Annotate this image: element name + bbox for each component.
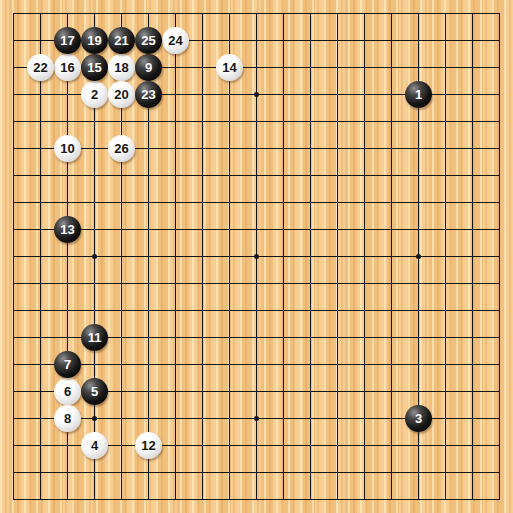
move-number: 14 — [222, 61, 236, 74]
grid-cell — [446, 365, 473, 392]
grid-cell — [230, 176, 257, 203]
grid-cell — [41, 311, 68, 338]
grid-cell — [311, 95, 338, 122]
grid-cell — [230, 473, 257, 500]
grid-cell — [257, 257, 284, 284]
grid-cell — [419, 149, 446, 176]
grid-cell — [284, 230, 311, 257]
grid-cell — [365, 95, 392, 122]
grid-cell — [392, 230, 419, 257]
grid-cell — [95, 284, 122, 311]
grid-cell — [446, 68, 473, 95]
grid-cell — [176, 230, 203, 257]
grid-cell — [203, 149, 230, 176]
stone-white-4: 4 — [81, 432, 108, 459]
grid-cell — [122, 392, 149, 419]
grid-cell — [473, 68, 500, 95]
grid-cell — [473, 311, 500, 338]
grid-cell — [392, 149, 419, 176]
grid-cell — [257, 41, 284, 68]
grid-cell — [338, 95, 365, 122]
grid-cell — [446, 284, 473, 311]
grid-cell — [338, 149, 365, 176]
grid-cell — [257, 419, 284, 446]
grid-cell — [176, 419, 203, 446]
grid-cell — [284, 41, 311, 68]
grid-cell — [419, 284, 446, 311]
grid-cell — [419, 365, 446, 392]
stone-white-16: 16 — [54, 54, 81, 81]
grid-cell — [230, 149, 257, 176]
grid-cell — [365, 149, 392, 176]
grid-cell — [203, 311, 230, 338]
grid-cell — [230, 230, 257, 257]
grid-cell — [257, 14, 284, 41]
grid-cell — [95, 473, 122, 500]
star-point — [254, 92, 259, 97]
grid-cell — [68, 284, 95, 311]
grid-cell — [14, 419, 41, 446]
grid-cell — [365, 203, 392, 230]
grid-cell — [365, 41, 392, 68]
grid-cell — [149, 149, 176, 176]
grid-cell — [257, 365, 284, 392]
grid-cell — [473, 95, 500, 122]
grid-cell — [365, 230, 392, 257]
grid-cell — [14, 365, 41, 392]
grid-cell — [446, 473, 473, 500]
grid-cell — [122, 473, 149, 500]
grid-cell — [419, 14, 446, 41]
star-point — [92, 254, 97, 259]
grid-cell — [446, 149, 473, 176]
grid-cell — [311, 338, 338, 365]
grid-cell — [257, 446, 284, 473]
grid-cell — [338, 365, 365, 392]
grid-cell — [365, 122, 392, 149]
grid-cell — [392, 338, 419, 365]
grid-cell — [176, 392, 203, 419]
grid-cell — [41, 95, 68, 122]
move-number: 7 — [64, 358, 71, 371]
grid-cell — [149, 473, 176, 500]
grid-cell — [284, 311, 311, 338]
grid-cell — [365, 338, 392, 365]
grid-cell — [446, 446, 473, 473]
grid-cell — [365, 446, 392, 473]
stone-white-18: 18 — [108, 54, 135, 81]
grid-cell — [203, 176, 230, 203]
stone-white-24: 24 — [162, 27, 189, 54]
grid-cell — [338, 176, 365, 203]
grid-cell — [257, 311, 284, 338]
grid-cell — [95, 230, 122, 257]
grid-cell — [68, 176, 95, 203]
grid-cell — [41, 473, 68, 500]
grid-cell — [14, 230, 41, 257]
grid-cell — [473, 149, 500, 176]
grid-cell — [311, 68, 338, 95]
grid-cell — [203, 95, 230, 122]
grid-cell — [95, 203, 122, 230]
grid-cell — [473, 14, 500, 41]
grid-cell — [41, 176, 68, 203]
grid-cell — [41, 446, 68, 473]
grid-cell — [311, 41, 338, 68]
stone-white-6: 6 — [54, 378, 81, 405]
grid-cell — [338, 284, 365, 311]
move-number: 9 — [145, 61, 152, 74]
grid-cell — [365, 311, 392, 338]
grid-cell — [473, 230, 500, 257]
grid-cell — [392, 284, 419, 311]
grid-cell — [365, 176, 392, 203]
grid-cell — [14, 149, 41, 176]
grid-cell — [311, 203, 338, 230]
grid-cell — [446, 41, 473, 68]
stone-black-3: 3 — [405, 405, 432, 432]
stone-black-9: 9 — [135, 54, 162, 81]
move-number: 16 — [60, 61, 74, 74]
grid-cell — [14, 473, 41, 500]
grid-cell — [203, 257, 230, 284]
grid-cell — [149, 338, 176, 365]
move-number: 17 — [60, 34, 74, 47]
move-number: 3 — [415, 412, 422, 425]
grid-cell — [257, 392, 284, 419]
grid-cell — [392, 176, 419, 203]
move-number: 25 — [141, 34, 155, 47]
grid-cell — [392, 473, 419, 500]
grid-cell — [14, 284, 41, 311]
grid-cell — [230, 419, 257, 446]
grid-cell — [122, 365, 149, 392]
stone-black-21: 21 — [108, 27, 135, 54]
grid-cell — [284, 284, 311, 311]
grid-cell — [176, 338, 203, 365]
grid-cell — [392, 122, 419, 149]
grid-cell — [311, 446, 338, 473]
grid-cell — [446, 338, 473, 365]
grid-cell — [338, 14, 365, 41]
grid-cell — [338, 257, 365, 284]
grid-cell — [149, 365, 176, 392]
grid-cell — [311, 14, 338, 41]
grid-cell — [230, 311, 257, 338]
move-number: 19 — [87, 34, 101, 47]
grid-cell — [473, 176, 500, 203]
grid-cell — [284, 446, 311, 473]
grid-cell — [419, 473, 446, 500]
grid-cell — [230, 95, 257, 122]
grid-cell — [203, 365, 230, 392]
grid-cell — [338, 122, 365, 149]
star-point — [254, 254, 259, 259]
move-number: 20 — [114, 88, 128, 101]
grid-cell — [203, 392, 230, 419]
grid-cell — [149, 311, 176, 338]
grid-cell — [149, 203, 176, 230]
grid-cell — [419, 257, 446, 284]
star-point — [416, 254, 421, 259]
grid-cell — [365, 257, 392, 284]
grid-cell — [230, 257, 257, 284]
grid-cell — [284, 203, 311, 230]
grid-cell — [149, 176, 176, 203]
grid-cell — [284, 176, 311, 203]
stone-black-1: 1 — [405, 81, 432, 108]
grid-cell — [311, 392, 338, 419]
move-number: 11 — [88, 331, 102, 344]
grid-cell — [338, 41, 365, 68]
grid-cell — [284, 95, 311, 122]
grid-cell — [311, 176, 338, 203]
grid-cell — [284, 392, 311, 419]
grid-cell — [176, 68, 203, 95]
grid-cell — [41, 257, 68, 284]
grid-cell — [284, 473, 311, 500]
grid-cell — [419, 230, 446, 257]
grid-cell — [446, 14, 473, 41]
grid-cell — [338, 392, 365, 419]
stone-white-26: 26 — [108, 135, 135, 162]
grid-cell — [149, 392, 176, 419]
stone-black-11: 11 — [81, 324, 108, 351]
stone-white-8: 8 — [54, 405, 81, 432]
grid-cell — [257, 176, 284, 203]
grid-cell — [176, 257, 203, 284]
grid-cell — [338, 230, 365, 257]
grid-cell — [446, 392, 473, 419]
move-number: 13 — [60, 223, 74, 236]
grid-cell — [257, 95, 284, 122]
grid-cell — [149, 230, 176, 257]
grid-cell — [95, 176, 122, 203]
grid-cell — [338, 203, 365, 230]
grid-cell — [311, 473, 338, 500]
grid-cell — [473, 203, 500, 230]
grid-cell — [338, 419, 365, 446]
grid-cell — [446, 419, 473, 446]
grid-cell — [365, 473, 392, 500]
grid-cell — [203, 473, 230, 500]
grid-cell — [176, 176, 203, 203]
grid-cell — [338, 311, 365, 338]
grid-cell — [14, 257, 41, 284]
grid-cell — [176, 203, 203, 230]
stone-white-10: 10 — [54, 135, 81, 162]
grid-cell — [473, 284, 500, 311]
grid-cell — [473, 473, 500, 500]
grid-cell — [176, 446, 203, 473]
grid-cell — [419, 338, 446, 365]
stone-white-14: 14 — [216, 54, 243, 81]
grid-cell — [203, 230, 230, 257]
star-point — [92, 416, 97, 421]
grid-cell — [338, 446, 365, 473]
grid-cell — [230, 284, 257, 311]
move-number: 8 — [64, 412, 71, 425]
move-number: 5 — [91, 385, 98, 398]
grid-cell — [446, 203, 473, 230]
grid-cell — [176, 284, 203, 311]
grid-cell — [365, 419, 392, 446]
grid-cell — [473, 338, 500, 365]
grid-cell — [230, 446, 257, 473]
move-number: 24 — [168, 34, 182, 47]
grid-cell — [230, 365, 257, 392]
grid-cell — [284, 365, 311, 392]
stone-black-17: 17 — [54, 27, 81, 54]
grid-cell — [203, 338, 230, 365]
grid-cell — [338, 473, 365, 500]
stone-black-13: 13 — [54, 216, 81, 243]
grid-cell — [419, 41, 446, 68]
grid-cell — [14, 95, 41, 122]
move-number: 1 — [415, 88, 422, 101]
grid-cell — [392, 446, 419, 473]
grid-cell — [446, 122, 473, 149]
grid-cell — [257, 284, 284, 311]
grid-cell — [203, 284, 230, 311]
stone-black-25: 25 — [135, 27, 162, 54]
grid-cell — [257, 230, 284, 257]
grid-cell — [311, 257, 338, 284]
grid-cell — [284, 149, 311, 176]
grid-cell — [122, 311, 149, 338]
stone-white-22: 22 — [27, 54, 54, 81]
grid-cell — [230, 203, 257, 230]
grid-cell — [122, 230, 149, 257]
grid-cell — [473, 365, 500, 392]
grid-cell — [392, 311, 419, 338]
grid-cell — [419, 122, 446, 149]
grid-cell — [176, 473, 203, 500]
move-number: 21 — [114, 34, 128, 47]
grid-cell — [311, 419, 338, 446]
grid-cell — [392, 257, 419, 284]
grid-cell — [122, 176, 149, 203]
grid-cell — [14, 446, 41, 473]
grid-cell — [284, 68, 311, 95]
move-number: 2 — [91, 88, 98, 101]
grid-cell — [365, 284, 392, 311]
grid-cell — [149, 122, 176, 149]
grid-cell — [176, 365, 203, 392]
grid-cell — [203, 203, 230, 230]
grid-cell — [419, 446, 446, 473]
stone-black-5: 5 — [81, 378, 108, 405]
grid-cell — [365, 14, 392, 41]
grid-cell — [68, 473, 95, 500]
move-number: 26 — [114, 142, 128, 155]
grid-cell — [473, 419, 500, 446]
stone-black-7: 7 — [54, 351, 81, 378]
grid-cell — [230, 122, 257, 149]
stone-white-12: 12 — [135, 432, 162, 459]
grid-cell — [311, 149, 338, 176]
grid-cell — [446, 257, 473, 284]
grid-cell — [419, 311, 446, 338]
grid-cell — [203, 419, 230, 446]
grid-cell — [176, 122, 203, 149]
grid-cell — [230, 338, 257, 365]
grid-cell — [284, 122, 311, 149]
move-number: 22 — [33, 61, 47, 74]
move-number: 18 — [114, 61, 128, 74]
grid-cell — [257, 473, 284, 500]
move-number: 10 — [60, 142, 74, 155]
grid-cell — [311, 284, 338, 311]
grid-cell — [149, 257, 176, 284]
grid-cell — [473, 446, 500, 473]
stone-white-20: 20 — [108, 81, 135, 108]
move-number: 15 — [87, 61, 101, 74]
grid-cell — [14, 203, 41, 230]
grid-cell — [311, 122, 338, 149]
grid-cell — [284, 419, 311, 446]
move-number: 6 — [64, 385, 71, 398]
grid-cell — [149, 284, 176, 311]
grid-cell — [14, 338, 41, 365]
grid-cell — [392, 41, 419, 68]
grid-cell — [311, 365, 338, 392]
grid-cell — [176, 95, 203, 122]
grid-cell — [41, 284, 68, 311]
grid-cell — [122, 257, 149, 284]
grid-cell — [203, 122, 230, 149]
grid-cell — [446, 176, 473, 203]
grid-cell — [176, 149, 203, 176]
stone-black-19: 19 — [81, 27, 108, 54]
grid-cell — [257, 338, 284, 365]
grid-cell — [14, 311, 41, 338]
grid-cell — [473, 41, 500, 68]
move-number: 12 — [141, 439, 155, 452]
grid-cell — [311, 311, 338, 338]
grid-cell — [392, 203, 419, 230]
stone-white-2: 2 — [81, 81, 108, 108]
grid-cell — [122, 338, 149, 365]
grid-cell — [257, 203, 284, 230]
grid-cell — [230, 14, 257, 41]
grid-cell — [230, 392, 257, 419]
grid-cell — [473, 392, 500, 419]
go-board[interactable]: 1234567891011121314151617181920212223242… — [0, 0, 513, 513]
star-point — [254, 416, 259, 421]
grid-cell — [203, 446, 230, 473]
move-number: 23 — [141, 88, 155, 101]
grid-cell — [257, 122, 284, 149]
move-number: 4 — [91, 439, 98, 452]
grid-cell — [446, 230, 473, 257]
grid-cell — [473, 122, 500, 149]
grid-cell — [311, 230, 338, 257]
grid-cell — [284, 257, 311, 284]
stone-black-23: 23 — [135, 81, 162, 108]
stone-black-15: 15 — [81, 54, 108, 81]
grid-cell — [257, 149, 284, 176]
grid-cell — [392, 365, 419, 392]
grid-cell — [365, 392, 392, 419]
grid-cell — [14, 176, 41, 203]
grid-cell — [365, 365, 392, 392]
grid-cell — [392, 14, 419, 41]
grid-cell — [176, 311, 203, 338]
grid-cell — [419, 203, 446, 230]
grid-cell — [419, 176, 446, 203]
grid-cell — [473, 257, 500, 284]
